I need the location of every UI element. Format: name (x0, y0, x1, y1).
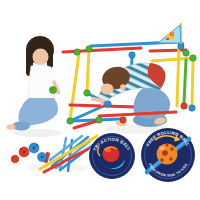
ball-hole (20, 148, 22, 150)
boy-hand (91, 97, 95, 101)
boy-face (101, 84, 114, 95)
connector-ball (84, 90, 90, 96)
scene-illustration: TRI-ACTION BALL FREE ROLLING BALL PASS F… (0, 0, 200, 200)
ball-hole (162, 150, 168, 156)
connector-ball (189, 105, 195, 111)
rod (70, 53, 79, 120)
ball-hole (166, 144, 169, 147)
ball-hole (41, 156, 44, 159)
rod (150, 50, 186, 51)
ball-hole (169, 157, 172, 160)
boy-ear (120, 84, 126, 90)
rod (87, 49, 89, 92)
connector-ball (74, 49, 80, 55)
connector-ball (190, 55, 196, 61)
badge-tri-action: TRI-ACTION BALL (90, 134, 135, 179)
connector-ball (178, 44, 184, 50)
rod (152, 58, 194, 61)
girl-shirt (28, 65, 54, 100)
badge-free-rolling: FREE ROLLING BALL PASS FROM SIDE TO SIDE (142, 129, 195, 182)
girl-figure (7, 36, 61, 131)
connector-ball (181, 103, 187, 109)
connector-ball (120, 117, 126, 123)
rod (184, 60, 186, 104)
boy-figure (91, 63, 170, 127)
connector-ball (86, 46, 92, 52)
girl-foot (7, 124, 16, 130)
perforated-ball (11, 155, 19, 163)
flag-logo (170, 32, 174, 36)
ball-hole (51, 88, 53, 90)
ball-hole (33, 147, 36, 150)
ball-highlight (159, 146, 165, 150)
connector-ball (67, 118, 73, 124)
connector-ball (96, 117, 102, 123)
ball-hole (160, 158, 163, 161)
connector-ball (129, 52, 135, 58)
girl-face (33, 49, 49, 66)
flag-pennant (158, 24, 184, 50)
connector-ball (183, 50, 189, 56)
rod (70, 105, 138, 107)
product-photo: TRI-ACTION BALL FREE ROLLING BALL PASS F… (0, 0, 200, 200)
flag-logo (166, 38, 169, 40)
held-green-ball (49, 86, 56, 93)
rod (177, 46, 179, 106)
ball-hole (36, 144, 38, 146)
boy-arm (94, 99, 103, 101)
ball-hole (23, 151, 26, 154)
connector-ball (105, 101, 111, 107)
ball-hole (170, 147, 173, 150)
rod (192, 59, 193, 106)
